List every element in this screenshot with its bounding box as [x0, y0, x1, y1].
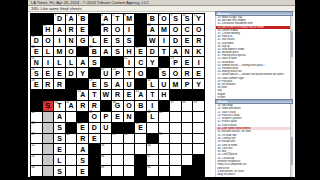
grid-cell[interactable]: 11Y — [193, 14, 204, 24]
cell-letter: A — [77, 58, 88, 68]
grid-cell[interactable]: 21N — [31, 57, 42, 67]
grid-cell[interactable]: 25U — [101, 68, 112, 78]
grid-cell[interactable]: 6M — [124, 14, 135, 24]
black-cell — [135, 25, 146, 35]
cell-number: 39 — [194, 101, 197, 104]
cell-letter: T — [112, 14, 123, 24]
grid-cell[interactable] — [112, 155, 123, 165]
across-scrollbar[interactable] — [290, 16, 293, 99]
black-cell — [31, 101, 42, 111]
grid-cell[interactable]: 55 — [31, 155, 42, 165]
black-cell — [147, 68, 158, 78]
grid-cell[interactable]: O — [193, 25, 204, 35]
grid-cell[interactable]: K — [193, 47, 204, 57]
cell-letter: A — [66, 14, 77, 24]
cell-letter: Y — [147, 58, 158, 68]
grid-cell[interactable]: 22I — [124, 57, 135, 67]
cell-letter: E — [77, 167, 88, 177]
cell-letter: N — [124, 112, 135, 122]
grid-cell[interactable]: 8O — [159, 14, 170, 24]
grid-cell[interactable]: R — [112, 90, 123, 100]
grid-cell[interactable]: A — [77, 57, 88, 67]
grid-cell[interactable]: 30L — [147, 79, 158, 89]
cell-letter: G — [112, 101, 123, 111]
cell-letter: P — [101, 112, 112, 122]
grid-cell[interactable]: 50 — [124, 134, 135, 144]
black-cell — [147, 134, 158, 144]
grid-cell[interactable]: 56 — [101, 155, 112, 165]
grid-cell[interactable]: A — [54, 112, 65, 122]
cell-letter: P — [112, 69, 123, 79]
cell-letter: A — [135, 90, 146, 100]
grid-cell[interactable]: 4A — [101, 14, 112, 24]
grid-cell[interactable]: 41O — [89, 112, 100, 122]
cell-letter: O — [170, 69, 181, 79]
cell-number: 47 — [31, 133, 34, 136]
grid-cell[interactable]: A — [77, 144, 88, 154]
cell-letter: W — [101, 90, 112, 100]
down-scrollbar[interactable] — [290, 104, 293, 177]
cell-letter: E — [54, 69, 65, 79]
cell-letter: S — [101, 80, 112, 90]
grid-cell[interactable]: O — [66, 47, 77, 57]
grid-cell[interactable] — [170, 166, 181, 176]
cell-letter: O — [170, 25, 181, 35]
grid-cell[interactable]: 49 — [112, 134, 123, 144]
grid-cell[interactable]: O — [170, 25, 181, 35]
cell-letter: D — [147, 47, 158, 57]
grid-cell[interactable]: O — [112, 25, 123, 35]
black-cell — [66, 123, 77, 133]
content-area: LA Times, Fri, Apr 26, 2024 - © 2024 Tri… — [28, 0, 295, 177]
grid-cell[interactable] — [66, 155, 77, 165]
grid-cell[interactable]: N — [66, 36, 77, 46]
cell-letter: R — [182, 69, 193, 79]
grid-cell[interactable]: S — [54, 166, 65, 176]
cell-letter: E — [89, 80, 100, 90]
cell-letter: E — [101, 36, 112, 46]
grid-cell[interactable]: 31A — [77, 90, 88, 100]
cell-number: 44 — [31, 122, 34, 125]
grid-cell[interactable]: H — [159, 90, 170, 100]
grid-cell[interactable]: D — [170, 36, 181, 46]
grid-cell[interactable] — [147, 123, 158, 133]
black-cell — [89, 68, 100, 78]
grid-cell[interactable]: U — [101, 123, 112, 133]
grid-cell[interactable]: R — [193, 36, 204, 46]
grid-cell[interactable] — [182, 123, 193, 133]
grid-cell[interactable] — [124, 166, 135, 176]
grid-cell[interactable] — [112, 166, 123, 176]
cell-letter: M — [54, 47, 65, 57]
cell-letter: E — [31, 80, 42, 90]
cell-letter: R — [193, 36, 204, 46]
cell-letter: U — [124, 80, 135, 90]
cell-letter: A — [66, 101, 77, 111]
grid-cell[interactable]: 60 — [147, 166, 158, 176]
grid-cell[interactable]: W — [101, 90, 112, 100]
grid-cell[interactable]: 43 — [159, 112, 170, 122]
cell-letter: Y — [193, 14, 204, 24]
cell-letter: O — [89, 112, 100, 122]
cell-letter: T — [147, 90, 158, 100]
grid-cell[interactable] — [124, 144, 135, 154]
grid-cell[interactable]: 9S — [170, 14, 181, 24]
cell-number: 51 — [159, 133, 162, 136]
grid-cell[interactable]: I — [193, 57, 204, 67]
grid-cell[interactable]: S — [54, 123, 65, 133]
grid-cell[interactable]: E — [182, 36, 193, 46]
grid-cell[interactable]: 14A — [147, 25, 158, 35]
black-cell — [112, 123, 123, 133]
black-cell — [89, 25, 100, 35]
grid-cell[interactable] — [182, 134, 193, 144]
grid-cell[interactable]: C — [182, 25, 193, 35]
grid-cell[interactable] — [193, 134, 204, 144]
grid-cell[interactable]: U — [124, 79, 135, 89]
grid-cell[interactable]: Y — [147, 57, 158, 67]
clue-line[interactable]: in brief — [216, 96, 293, 99]
grid-cell[interactable]: 3B — [77, 14, 88, 24]
grid-cell[interactable]: E — [54, 144, 65, 154]
grid-cell[interactable]: D — [66, 68, 77, 78]
grid-cell[interactable] — [101, 134, 112, 144]
black-cell — [135, 79, 146, 89]
grid-cell[interactable]: S — [112, 47, 123, 57]
grid-cell[interactable] — [43, 166, 54, 176]
grid-cell[interactable]: R — [182, 68, 193, 78]
cell-number: 48 — [66, 133, 69, 136]
grid-cell[interactable]: 27S — [159, 68, 170, 78]
grid-cell[interactable]: E — [89, 134, 100, 144]
grid-cell[interactable]: 42L — [147, 112, 158, 122]
black-cell — [43, 90, 54, 100]
grid-cell[interactable]: A — [54, 25, 65, 35]
grid-cell[interactable]: O — [170, 68, 181, 78]
cell-letter: I — [159, 36, 170, 46]
grid-cell[interactable]: 53 — [101, 144, 112, 154]
grid-cell[interactable]: E — [77, 166, 88, 176]
grid-cell[interactable]: L — [54, 155, 65, 165]
grid-cell[interactable]: 57 — [147, 155, 158, 165]
cell-number: 54 — [147, 144, 150, 147]
grid-cell[interactable]: E — [124, 90, 135, 100]
grid-cell[interactable] — [170, 144, 181, 154]
grid-cell[interactable] — [170, 155, 181, 165]
black-cell — [124, 123, 135, 133]
grid-cell[interactable]: 29E — [89, 79, 100, 89]
grid-cell[interactable]: I — [124, 25, 135, 35]
cell-letter: Y — [193, 80, 204, 90]
cell-letter: T — [159, 47, 170, 57]
cell-letter: U — [101, 69, 112, 79]
grid-cell[interactable]: P — [101, 112, 112, 122]
cell-letter: E — [54, 145, 65, 155]
grid-cell[interactable] — [43, 123, 54, 133]
grid-cell[interactable]: 44 — [31, 123, 42, 133]
clue-panel: Across 29. Make a cigar, say30. Barcode … — [215, 11, 293, 177]
grid-cell[interactable]: T — [159, 47, 170, 57]
grid-cell[interactable]: O — [43, 36, 54, 46]
cell-letter: S — [159, 69, 170, 79]
grid-cell[interactable]: 19B — [89, 47, 100, 57]
grid-cell[interactable] — [193, 144, 204, 154]
grid-cell[interactable]: S — [77, 155, 88, 165]
grid-cell[interactable]: I — [54, 36, 65, 46]
grid-cell[interactable]: 26P — [112, 68, 123, 78]
grid-cell[interactable]: I — [147, 101, 158, 111]
grid-cell[interactable] — [182, 144, 193, 154]
cell-number: 52 — [31, 144, 34, 147]
grid-cell[interactable] — [135, 144, 146, 154]
cell-letter: R — [43, 80, 54, 90]
grid-cell[interactable]: 35A — [66, 101, 77, 111]
cell-number: 53 — [101, 144, 104, 147]
cell-number: 50 — [124, 133, 127, 136]
cell-number: 49 — [113, 133, 116, 136]
grid-cell[interactable] — [170, 134, 181, 144]
grid-cell[interactable]: Y — [77, 68, 88, 78]
grid-cell[interactable]: R — [77, 134, 88, 144]
grid-cell[interactable]: 28E — [31, 79, 42, 89]
grid-cell[interactable]: R — [43, 79, 54, 89]
black-cell — [31, 14, 42, 24]
grid-cell[interactable]: 24S — [31, 68, 42, 78]
cell-number: 55 — [31, 155, 34, 158]
grid-cell[interactable]: S — [124, 36, 135, 46]
cell-letter: L — [147, 112, 158, 122]
grid-cell[interactable]: E — [101, 36, 112, 46]
grid-cell[interactable]: 36G — [112, 101, 123, 111]
black-cell — [159, 101, 170, 111]
cell-letter: C — [135, 58, 146, 68]
cell-letter: B — [89, 47, 100, 57]
grid-cell[interactable]: 15D — [31, 36, 42, 46]
grid-cell[interactable]: H — [124, 47, 135, 57]
grid-cell[interactable] — [66, 166, 77, 176]
cell-letter: R — [66, 25, 77, 35]
grid-cell[interactable]: 37 — [170, 101, 181, 111]
grid-cell[interactable]: U — [159, 79, 170, 89]
grid-cell[interactable]: 38 — [182, 101, 193, 111]
cell-letter: S — [54, 123, 65, 133]
grid-cell[interactable]: 54 — [147, 144, 158, 154]
cell-letter: A — [112, 80, 123, 90]
cell-letter: S — [112, 36, 123, 46]
grid-cell[interactable]: E — [193, 68, 204, 78]
grid-cell[interactable] — [159, 123, 170, 133]
grid-cell[interactable]: R — [66, 25, 77, 35]
grid-cell[interactable]: 10S — [182, 14, 193, 24]
grid-cell[interactable]: P — [182, 79, 193, 89]
grid-cell[interactable] — [193, 123, 204, 133]
grid-cell[interactable]: A — [170, 47, 181, 57]
grid-cell[interactable] — [124, 155, 135, 165]
grid-cell[interactable]: 39 — [193, 101, 204, 111]
grid-cell[interactable]: E — [182, 57, 193, 67]
cell-letter: R — [77, 134, 88, 144]
cell-letter: A — [54, 25, 65, 35]
cell-letter: S — [170, 14, 181, 24]
grid-cell[interactable]: 47 — [31, 134, 42, 144]
grid-cell[interactable]: D — [89, 123, 100, 133]
grid-cell[interactable]: 40 — [31, 112, 42, 122]
cell-letter: E — [182, 58, 193, 68]
across-lite-window: LA Times, Fri, Apr 26, 2024 - © 2024 Tri… — [0, 0, 320, 180]
grid-cell[interactable] — [135, 134, 146, 144]
grid-cell[interactable]: A — [112, 79, 123, 89]
black-cell — [89, 166, 100, 176]
cell-letter: P — [170, 58, 181, 68]
grid-cell[interactable]: T — [89, 90, 100, 100]
grid-cell[interactable] — [66, 112, 77, 122]
grid-cell[interactable]: R — [54, 79, 65, 89]
grid-cell[interactable] — [170, 123, 181, 133]
grid-cell[interactable]: E — [43, 68, 54, 78]
grid-cell[interactable]: T — [124, 68, 135, 78]
grid-cell[interactable]: 7B — [147, 14, 158, 24]
cell-letter: T — [89, 90, 100, 100]
grid-cell[interactable]: 59 — [101, 166, 112, 176]
grid-cell[interactable]: 23P — [170, 57, 181, 67]
grid-cell[interactable]: S — [112, 36, 123, 46]
cell-letter: N — [66, 36, 77, 46]
grid-cell[interactable]: M — [170, 79, 181, 89]
grid-cell[interactable]: 46E — [135, 123, 146, 133]
cell-letter: I — [193, 58, 204, 68]
grid-cell[interactable]: T — [147, 90, 158, 100]
down-clue-list[interactable]: 16. Spa wrap20. Soba alternative25. Take… — [215, 104, 293, 177]
grid-cell[interactable]: 1D — [54, 14, 65, 24]
grid-cell[interactable]: 51 — [159, 134, 170, 144]
grid-cell[interactable] — [159, 166, 170, 176]
grid-cell[interactable]: 20E — [135, 47, 146, 57]
cell-number: 56 — [101, 155, 104, 158]
grid-cell[interactable]: I — [159, 36, 170, 46]
black-cell — [193, 155, 204, 165]
cell-letter: L — [147, 80, 158, 90]
grid-cell[interactable]: I — [43, 57, 54, 67]
grid-cell[interactable]: O — [124, 101, 135, 111]
grid-cell[interactable]: 45E — [77, 123, 88, 133]
grid-cell[interactable] — [112, 144, 123, 154]
grid-cell[interactable] — [170, 112, 181, 122]
grid-cell[interactable]: L — [66, 57, 77, 67]
clue-line[interactable]: daily life advice — [216, 173, 293, 176]
black-cell — [135, 155, 146, 165]
grid-cell[interactable]: C — [135, 57, 146, 67]
black-cell — [193, 90, 204, 100]
grid-cell[interactable] — [43, 144, 54, 154]
cell-letter: R — [54, 80, 65, 90]
across-clue-list[interactable]: 29. Make a cigar, say30. Barcode info, m… — [215, 16, 293, 99]
cell-letter: S — [182, 14, 193, 24]
grid-cell[interactable] — [182, 155, 193, 165]
grid-cell[interactable]: E — [112, 112, 123, 122]
grid-cell[interactable]: G — [77, 36, 88, 46]
grid-cell[interactable]: M — [54, 47, 65, 57]
black-cell — [101, 57, 112, 67]
grid-cell[interactable]: E — [54, 68, 65, 78]
cell-letter: O — [159, 14, 170, 24]
grid-cell[interactable]: O — [135, 68, 146, 78]
cell-letter: M — [124, 14, 135, 24]
grid-cell[interactable] — [159, 144, 170, 154]
grid-cell[interactable]: 18E — [31, 47, 42, 57]
cell-letter: O — [112, 25, 123, 35]
grid-cell[interactable] — [159, 155, 170, 165]
cell-letter: O — [43, 36, 54, 46]
grid-cell[interactable]: N — [124, 112, 135, 122]
cell-letter: S — [89, 58, 100, 68]
grid-cell[interactable]: N — [182, 47, 193, 57]
grid-cell[interactable]: M — [159, 25, 170, 35]
cell-letter: P — [182, 80, 193, 90]
cell-letter: S — [124, 36, 135, 46]
grid-cell[interactable]: 5T — [112, 14, 123, 24]
grid-cell[interactable]: R — [89, 101, 100, 111]
grid-cell[interactable]: 17W — [147, 36, 158, 46]
grid-cell[interactable] — [182, 112, 193, 122]
cell-number: 43 — [159, 111, 162, 114]
across-scrollbar-thumb[interactable] — [291, 31, 293, 58]
grid-cell[interactable]: E — [77, 25, 88, 35]
cell-letter: E — [77, 25, 88, 35]
grid-cell[interactable] — [43, 112, 54, 122]
grid-cell[interactable]: D — [147, 47, 158, 57]
grid-cell[interactable]: 58 — [31, 166, 42, 176]
cell-number: 58 — [31, 166, 34, 169]
grid-cell[interactable]: 13R — [101, 25, 112, 35]
crossword-grid[interactable]: 1D2A3B4A5T6M7B8O9S10S11Y12HARE13ROI14AMO… — [30, 13, 205, 177]
down-scrollbar-thumb[interactable] — [291, 137, 293, 165]
cell-letter: Y — [77, 69, 88, 79]
black-cell — [89, 144, 100, 154]
grid-cell[interactable]: 48 — [66, 134, 77, 144]
cell-letter: L — [43, 47, 54, 57]
grid-cell[interactable]: 34T — [54, 101, 65, 111]
grid-cell[interactable]: S — [54, 134, 65, 144]
cell-letter: A — [54, 112, 65, 122]
grid-cell[interactable]: Y — [193, 79, 204, 89]
grid-cell[interactable]: S — [101, 79, 112, 89]
cell-letter: E — [77, 123, 88, 133]
grid-cell[interactable]: 32A — [135, 90, 146, 100]
grid-cell[interactable]: S — [89, 57, 100, 67]
grid-cell[interactable]: B — [135, 101, 146, 111]
grid-cell[interactable]: 16L — [89, 36, 100, 46]
cell-letter: D — [54, 14, 65, 24]
grid-cell[interactable] — [66, 144, 77, 154]
grid-cell[interactable]: 2A — [66, 14, 77, 24]
grid-cell[interactable]: R — [77, 101, 88, 111]
grid-cell[interactable] — [193, 112, 204, 122]
cell-letter: C — [182, 25, 193, 35]
grid-cell[interactable] — [43, 155, 54, 165]
grid-cell[interactable]: L — [54, 57, 65, 67]
grid-cell[interactable]: L — [43, 47, 54, 57]
cell-letter: A — [101, 47, 112, 57]
grid-cell[interactable]: 12H — [43, 25, 54, 35]
black-cell — [182, 90, 193, 100]
cell-letter: E — [89, 134, 100, 144]
cell-letter: O — [124, 101, 135, 111]
cell-letter: E — [112, 112, 123, 122]
grid-cell[interactable]: A — [101, 47, 112, 57]
grid-cell[interactable] — [43, 134, 54, 144]
grid-cell[interactable]: 52 — [31, 144, 42, 154]
grid-cell[interactable]: 33S — [43, 101, 54, 111]
